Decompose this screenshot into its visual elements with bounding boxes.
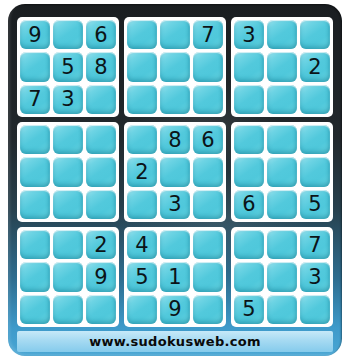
cell-r9c3[interactable] xyxy=(86,295,116,324)
cell-r4c2[interactable] xyxy=(53,125,83,154)
cell-r4c9[interactable] xyxy=(300,125,330,154)
box-5: 8623 xyxy=(124,122,226,222)
cell-r5c8[interactable] xyxy=(267,157,297,186)
cell-r5c7[interactable] xyxy=(234,157,264,186)
cell-r4c6[interactable]: 6 xyxy=(193,125,223,154)
box-4 xyxy=(17,122,119,222)
cell-r7c3[interactable]: 2 xyxy=(86,230,116,259)
cell-r2c4[interactable] xyxy=(127,52,157,81)
cell-r2c6[interactable] xyxy=(193,52,223,81)
cell-r1c9[interactable] xyxy=(300,20,330,49)
cell-r2c9[interactable]: 2 xyxy=(300,52,330,81)
cell-r5c6[interactable] xyxy=(193,157,223,186)
cell-r3c2[interactable]: 3 xyxy=(53,85,83,114)
cell-r8c8[interactable] xyxy=(267,262,297,291)
cell-r6c6[interactable] xyxy=(193,190,223,219)
cell-r5c3[interactable] xyxy=(86,157,116,186)
cell-r7c7[interactable] xyxy=(234,230,264,259)
cell-r8c5[interactable]: 1 xyxy=(160,262,190,291)
cell-r9c2[interactable] xyxy=(53,295,83,324)
box-6: 65 xyxy=(231,122,333,222)
cell-r1c5[interactable] xyxy=(160,20,190,49)
cell-r1c1[interactable]: 9 xyxy=(20,20,50,49)
cell-r3c9[interactable] xyxy=(300,85,330,114)
cell-r1c7[interactable]: 3 xyxy=(234,20,264,49)
cell-r2c2[interactable]: 5 xyxy=(53,52,83,81)
cell-r3c7[interactable] xyxy=(234,85,264,114)
cell-r6c3[interactable] xyxy=(86,190,116,219)
box-1: 965873 xyxy=(17,17,119,117)
cell-r9c9[interactable] xyxy=(300,295,330,324)
cell-r9c1[interactable] xyxy=(20,295,50,324)
cell-r6c5[interactable]: 3 xyxy=(160,190,190,219)
cell-r2c5[interactable] xyxy=(160,52,190,81)
footer-url[interactable]: www.sudokusweb.com xyxy=(89,334,261,349)
cell-r4c5[interactable]: 8 xyxy=(160,125,190,154)
box-8: 4519 xyxy=(124,227,226,327)
box-7: 29 xyxy=(17,227,119,327)
cell-r3c4[interactable] xyxy=(127,85,157,114)
cell-r8c6[interactable] xyxy=(193,262,223,291)
cell-r1c4[interactable] xyxy=(127,20,157,49)
cell-r2c8[interactable] xyxy=(267,52,297,81)
cell-r7c2[interactable] xyxy=(53,230,83,259)
cell-r5c5[interactable] xyxy=(160,157,190,186)
cell-r8c7[interactable] xyxy=(234,262,264,291)
cell-r8c3[interactable]: 9 xyxy=(86,262,116,291)
cell-r7c9[interactable]: 7 xyxy=(300,230,330,259)
cell-r3c3[interactable] xyxy=(86,85,116,114)
cell-r7c8[interactable] xyxy=(267,230,297,259)
cell-r7c6[interactable] xyxy=(193,230,223,259)
cell-r2c7[interactable] xyxy=(234,52,264,81)
cell-r2c3[interactable]: 8 xyxy=(86,52,116,81)
cell-r3c6[interactable] xyxy=(193,85,223,114)
cell-r4c3[interactable] xyxy=(86,125,116,154)
cell-r1c6[interactable]: 7 xyxy=(193,20,223,49)
cell-r6c4[interactable] xyxy=(127,190,157,219)
cell-r3c1[interactable]: 7 xyxy=(20,85,50,114)
cell-r6c8[interactable] xyxy=(267,190,297,219)
box-2: 7 xyxy=(124,17,226,117)
footer-url-bar: www.sudokusweb.com xyxy=(17,331,333,352)
cell-r9c4[interactable] xyxy=(127,295,157,324)
cell-r6c2[interactable] xyxy=(53,190,83,219)
cell-r5c1[interactable] xyxy=(20,157,50,186)
cell-r9c5[interactable]: 9 xyxy=(160,295,190,324)
cell-r3c5[interactable] xyxy=(160,85,190,114)
sudoku-board: 965873732862365294519735 xyxy=(17,17,333,327)
cell-r6c1[interactable] xyxy=(20,190,50,219)
cell-r7c5[interactable] xyxy=(160,230,190,259)
cell-r5c9[interactable] xyxy=(300,157,330,186)
cell-r6c9[interactable]: 5 xyxy=(300,190,330,219)
cell-r9c6[interactable] xyxy=(193,295,223,324)
cell-r2c1[interactable] xyxy=(20,52,50,81)
cell-r3c8[interactable] xyxy=(267,85,297,114)
cell-r5c2[interactable] xyxy=(53,157,83,186)
cell-r8c2[interactable] xyxy=(53,262,83,291)
cell-r4c4[interactable] xyxy=(127,125,157,154)
cell-r1c3[interactable]: 6 xyxy=(86,20,116,49)
cell-r1c8[interactable] xyxy=(267,20,297,49)
cell-r8c9[interactable]: 3 xyxy=(300,262,330,291)
cell-r7c4[interactable]: 4 xyxy=(127,230,157,259)
cell-r8c1[interactable] xyxy=(20,262,50,291)
cell-r8c4[interactable]: 5 xyxy=(127,262,157,291)
cell-r5c4[interactable]: 2 xyxy=(127,157,157,186)
sudoku-board-frame: 965873732862365294519735 www.sudokusweb.… xyxy=(8,4,342,356)
cell-r9c8[interactable] xyxy=(267,295,297,324)
cell-r7c1[interactable] xyxy=(20,230,50,259)
cell-r4c1[interactable] xyxy=(20,125,50,154)
cell-r1c2[interactable] xyxy=(53,20,83,49)
cell-r4c8[interactable] xyxy=(267,125,297,154)
cell-r9c7[interactable]: 5 xyxy=(234,295,264,324)
cell-r6c7[interactable]: 6 xyxy=(234,190,264,219)
cell-r4c7[interactable] xyxy=(234,125,264,154)
box-9: 735 xyxy=(231,227,333,327)
box-3: 32 xyxy=(231,17,333,117)
